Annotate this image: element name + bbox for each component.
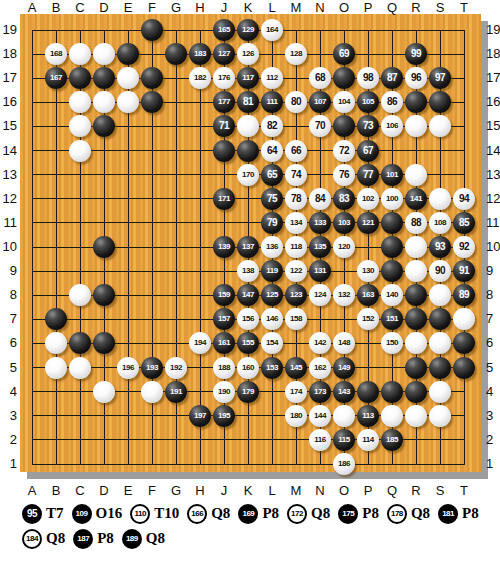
stone-number: 68	[315, 73, 325, 83]
stone-number: 92	[459, 242, 469, 252]
stone-M12[interactable]: 78	[285, 188, 307, 210]
stone-P3[interactable]: 113	[357, 405, 379, 427]
stone-S5[interactable]	[429, 357, 451, 379]
caption-coord: T7	[46, 505, 64, 522]
stone-N9[interactable]: 131	[309, 260, 331, 282]
stone-number: 192	[170, 364, 182, 372]
stone-number: 170	[242, 171, 254, 179]
caption-coord: O16	[96, 505, 123, 522]
caption-stone-number: 187	[77, 535, 89, 543]
coord-label-top-Q: Q	[383, 1, 401, 15]
stone-number: 81	[243, 97, 253, 107]
coord-label-left-16: 16	[0, 95, 17, 109]
coord-label-right-5: 5	[486, 361, 500, 375]
coord-label-top-K: K	[239, 1, 257, 15]
stone-number: 83	[339, 194, 349, 204]
coord-label-bottom-B: B	[47, 484, 65, 498]
coord-label-top-F: F	[143, 1, 161, 15]
stone-B18[interactable]: 168	[45, 43, 67, 65]
stone-number: 164	[266, 26, 278, 34]
caption-stone-number: 181	[442, 510, 454, 518]
coord-label-bottom-O: O	[335, 484, 353, 498]
coord-label-bottom-A: A	[23, 484, 41, 498]
stone-Q3[interactable]	[381, 405, 403, 427]
caption-stone-number: 189	[126, 535, 138, 543]
caption-coord: Q8	[146, 530, 165, 547]
stone-K5[interactable]: 160	[237, 357, 259, 379]
coord-label-left-5: 5	[0, 361, 17, 375]
stone-O2[interactable]: 115	[333, 429, 355, 451]
stone-number: 183	[194, 50, 206, 58]
stone-F19[interactable]	[141, 19, 163, 41]
stone-number: 104	[338, 98, 350, 106]
stone-T11[interactable]: 85	[453, 212, 475, 234]
stone-number: 190	[218, 388, 230, 396]
caption-item-move-166: 166Q8	[187, 504, 230, 524]
coord-label-right-7: 7	[486, 312, 500, 326]
caption-item-move-178: 178Q8	[387, 504, 430, 524]
stone-number: 191	[170, 388, 182, 396]
stone-number: 160	[242, 364, 254, 372]
coord-label-left-8: 8	[0, 288, 17, 302]
stone-number: 87	[387, 73, 397, 83]
stone-M14[interactable]: 66	[285, 140, 307, 162]
stone-K9[interactable]: 138	[237, 260, 259, 282]
stone-number: 65	[267, 170, 277, 180]
coord-label-bottom-P: P	[359, 484, 377, 498]
stone-P13[interactable]: 77	[357, 164, 379, 186]
stone-number: 179	[242, 388, 254, 396]
stone-number: 67	[363, 146, 373, 156]
stone-number: 147	[242, 291, 254, 299]
coord-label-right-10: 10	[486, 240, 500, 254]
stone-number: 196	[122, 364, 134, 372]
stone-number: 130	[362, 267, 374, 275]
coord-label-left-19: 19	[0, 23, 17, 37]
stone-S11[interactable]: 108	[429, 212, 451, 234]
stone-S12[interactable]	[429, 188, 451, 210]
coord-label-top-S: S	[431, 1, 449, 15]
stone-R11[interactable]: 88	[405, 212, 427, 234]
stone-number: 89	[459, 290, 469, 300]
stone-P14[interactable]: 67	[357, 140, 379, 162]
coord-label-bottom-C: C	[71, 484, 89, 498]
stone-number: 79	[267, 218, 277, 228]
stone-T9[interactable]: 91	[453, 260, 475, 282]
coord-label-left-2: 2	[0, 433, 17, 447]
stone-number: 84	[315, 194, 325, 204]
stone-E5[interactable]: 196	[117, 357, 139, 379]
stone-J12[interactable]: 171	[213, 188, 235, 210]
stone-number: 197	[194, 412, 206, 420]
stone-N11[interactable]: 133	[309, 212, 331, 234]
stone-number: 112	[266, 74, 277, 82]
stone-O5[interactable]: 149	[333, 357, 355, 379]
grid-line-v	[32, 30, 33, 465]
stone-D10[interactable]	[93, 236, 115, 258]
coord-label-right-1: 1	[486, 457, 500, 471]
coord-label-bottom-F: F	[143, 484, 161, 498]
coord-label-top-R: R	[407, 1, 425, 15]
stone-number: 133	[314, 219, 326, 227]
stone-K4[interactable]: 179	[237, 381, 259, 403]
stone-M18[interactable]: 128	[285, 43, 307, 65]
stone-R12[interactable]: 141	[405, 188, 427, 210]
stone-number: 91	[459, 266, 469, 276]
stone-Q11[interactable]	[381, 212, 403, 234]
stone-number: 71	[219, 121, 229, 131]
stone-number: 194	[194, 339, 206, 347]
stone-R5[interactable]	[405, 357, 427, 379]
stone-M5[interactable]: 145	[285, 357, 307, 379]
stone-number: 150	[386, 339, 398, 347]
stone-R13[interactable]	[405, 164, 427, 186]
coord-label-bottom-G: G	[167, 484, 185, 498]
stone-K19[interactable]: 129	[237, 19, 259, 41]
stone-D4[interactable]	[93, 381, 115, 403]
stone-O18[interactable]: 69	[333, 43, 355, 65]
caption-stone-181: 181	[438, 504, 458, 524]
caption-stone-109: 109	[72, 504, 92, 524]
coord-label-left-3: 3	[0, 409, 17, 423]
stone-number: 93	[435, 242, 445, 252]
stone-R9[interactable]	[405, 260, 427, 282]
stone-number: 144	[314, 412, 326, 420]
stone-M4[interactable]: 174	[285, 381, 307, 403]
stone-number: 131	[314, 267, 326, 275]
caption-coord: T10	[154, 505, 179, 522]
coord-label-left-7: 7	[0, 312, 17, 326]
stone-M10[interactable]: 118	[285, 236, 307, 258]
stone-J3[interactable]: 195	[213, 405, 235, 427]
coord-label-bottom-Q: Q	[383, 484, 401, 498]
stone-L19[interactable]: 164	[261, 19, 283, 41]
caption-item-move-184: 184Q8	[22, 529, 65, 549]
stone-P2[interactable]: 114	[357, 429, 379, 451]
stone-number: 70	[315, 121, 325, 131]
stone-F4[interactable]	[141, 381, 163, 403]
stone-P4[interactable]	[357, 381, 379, 403]
stone-G5[interactable]: 192	[165, 357, 187, 379]
coord-label-bottom-D: D	[95, 484, 113, 498]
stone-O13[interactable]: 76	[333, 164, 355, 186]
stone-number: 88	[411, 218, 421, 228]
caption-stone-number: 166	[191, 510, 203, 518]
stone-number: 108	[434, 219, 446, 227]
move-caption: 95T7109O16110T10166Q8169P8172Q8175P8178Q…	[22, 501, 500, 551]
stone-number: 100	[386, 195, 398, 203]
stone-D18[interactable]	[93, 43, 115, 65]
grid-line-v	[200, 30, 201, 465]
coord-label-top-E: E	[119, 1, 137, 15]
caption-item-move-181: 181P8	[438, 504, 479, 524]
stone-number: 165	[218, 26, 230, 34]
stone-M3[interactable]: 180	[285, 405, 307, 427]
stone-O1[interactable]: 186	[333, 453, 355, 475]
caption-stone-number: 175	[342, 510, 354, 518]
stone-number: 182	[194, 74, 206, 82]
caption-stone-110: 110	[130, 504, 150, 524]
coord-label-top-D: D	[95, 1, 113, 15]
coord-label-right-6: 6	[486, 336, 500, 350]
stone-number: 145	[290, 364, 302, 372]
stone-J18[interactable]: 127	[213, 43, 235, 65]
coord-label-top-O: O	[335, 1, 353, 15]
coord-label-right-14: 14	[486, 144, 500, 158]
caption-coord: Q8	[211, 505, 230, 522]
stone-number: 107	[314, 98, 326, 106]
stone-L9[interactable]: 119	[261, 260, 283, 282]
stone-K14[interactable]	[237, 140, 259, 162]
stone-number: 142	[314, 339, 326, 347]
stone-Q4[interactable]	[381, 381, 403, 403]
stone-N12[interactable]: 84	[309, 188, 331, 210]
caption-item-move-175: 175P8	[338, 504, 379, 524]
stone-number: 74	[291, 170, 301, 180]
caption-stone-172: 172	[287, 504, 307, 524]
stone-number: 116	[314, 436, 325, 444]
caption-item-move-187: 187P8	[73, 529, 114, 549]
stone-number: 122	[290, 267, 302, 275]
coord-label-right-4: 4	[486, 385, 500, 399]
stone-number: 121	[362, 219, 374, 227]
coord-label-bottom-N: N	[311, 484, 329, 498]
coord-label-left-18: 18	[0, 47, 17, 61]
stone-H3[interactable]: 197	[189, 405, 211, 427]
stone-P9[interactable]: 130	[357, 260, 379, 282]
stone-N3[interactable]: 144	[309, 405, 331, 427]
coord-label-right-8: 8	[486, 288, 500, 302]
stone-number: 137	[242, 243, 254, 251]
stone-number: 103	[338, 219, 350, 227]
stone-number: 94	[459, 194, 469, 204]
stone-number: 72	[339, 146, 349, 156]
stone-number: 102	[362, 195, 374, 203]
stone-number: 193	[146, 364, 158, 372]
stone-number: 168	[50, 50, 62, 58]
stone-L11[interactable]: 79	[261, 212, 283, 234]
stone-number: 77	[363, 170, 373, 180]
stone-L12[interactable]: 75	[261, 188, 283, 210]
coord-label-left-11: 11	[0, 216, 17, 230]
stone-J19[interactable]: 165	[213, 19, 235, 41]
stone-number: 162	[314, 364, 326, 372]
stone-Q9[interactable]	[381, 260, 403, 282]
stone-number: 105	[362, 98, 374, 106]
coord-label-right-11: 11	[486, 216, 500, 230]
stone-S4[interactable]	[429, 381, 451, 403]
stone-J14[interactable]	[213, 140, 235, 162]
caption-item-move-110: 110T10	[130, 504, 179, 524]
caption-stone-number: 169	[242, 510, 254, 518]
stone-P11[interactable]: 121	[357, 212, 379, 234]
stone-number: 86	[387, 97, 397, 107]
coord-label-right-3: 3	[486, 409, 500, 423]
stone-number: 195	[218, 412, 230, 420]
caption-stone-number: 172	[291, 510, 303, 518]
coord-label-left-15: 15	[0, 119, 17, 133]
caption-stone-number: 109	[76, 510, 88, 518]
stone-number: 127	[218, 50, 230, 58]
stone-C5[interactable]	[69, 357, 91, 379]
stone-J4[interactable]: 190	[213, 381, 235, 403]
stone-number: 149	[338, 364, 350, 372]
coord-label-bottom-T: T	[455, 484, 473, 498]
stone-O14[interactable]: 72	[333, 140, 355, 162]
coord-label-right-12: 12	[486, 192, 500, 206]
stone-K10[interactable]: 137	[237, 236, 259, 258]
grid-line-v	[56, 30, 57, 465]
caption-coord: P8	[97, 530, 114, 547]
stone-Q13[interactable]: 101	[381, 164, 403, 186]
stone-T5[interactable]	[453, 357, 475, 379]
stone-number: 176	[218, 74, 230, 82]
stone-H18[interactable]: 183	[189, 43, 211, 65]
stone-number: 177	[218, 98, 230, 106]
stone-number: 106	[386, 122, 398, 130]
stone-number: 97	[435, 73, 445, 83]
coord-label-top-N: N	[311, 1, 329, 15]
stone-number: 157	[218, 315, 230, 323]
stone-G4[interactable]: 191	[165, 381, 187, 403]
caption-stone-166: 166	[187, 504, 207, 524]
stone-T10[interactable]: 92	[453, 236, 475, 258]
stone-number: 80	[291, 97, 301, 107]
stone-P12[interactable]: 102	[357, 188, 379, 210]
coord-label-bottom-M: M	[287, 484, 305, 498]
stone-O3[interactable]	[333, 405, 355, 427]
coord-label-right-18: 18	[486, 47, 500, 61]
stone-number: 66	[291, 146, 301, 156]
stone-number: 82	[267, 121, 277, 131]
stone-number: 69	[339, 49, 349, 59]
stone-L5[interactable]: 153	[261, 357, 283, 379]
stone-number: 125	[266, 291, 278, 299]
stone-number: 114	[362, 436, 373, 444]
stone-M9[interactable]: 122	[285, 260, 307, 282]
stone-number: 113	[362, 412, 373, 420]
stone-C14[interactable]	[69, 140, 91, 162]
stone-number: 155	[242, 339, 254, 347]
coord-label-top-A: A	[23, 1, 41, 15]
coord-label-top-J: J	[215, 1, 233, 15]
caption-item-move-169: 169P8	[238, 504, 279, 524]
coord-label-bottom-R: R	[407, 484, 425, 498]
caption-coord: Q8	[311, 505, 330, 522]
stone-number: 126	[242, 50, 254, 58]
stone-number: 141	[410, 195, 422, 203]
stone-number: 156	[242, 315, 254, 323]
stone-L13[interactable]: 65	[261, 164, 283, 186]
stone-number: 159	[218, 291, 230, 299]
stone-S10[interactable]: 93	[429, 236, 451, 258]
caption-stone-number: 184	[26, 535, 38, 543]
stone-J10[interactable]: 139	[213, 236, 235, 258]
stone-J5[interactable]: 188	[213, 357, 235, 379]
stone-number: 85	[459, 218, 469, 228]
stone-G18[interactable]	[165, 43, 187, 65]
stone-number: 171	[218, 195, 230, 203]
stone-number: 129	[242, 26, 254, 34]
stone-number: 188	[218, 364, 230, 372]
stone-M13[interactable]: 74	[285, 164, 307, 186]
stone-number: 111	[267, 98, 278, 106]
stone-N4[interactable]: 173	[309, 381, 331, 403]
coord-label-right-9: 9	[486, 264, 500, 278]
coord-label-left-9: 9	[0, 264, 17, 278]
stone-L10[interactable]: 136	[261, 236, 283, 258]
coord-label-bottom-S: S	[431, 484, 449, 498]
coord-label-left-17: 17	[0, 71, 17, 85]
stone-number: 153	[266, 364, 278, 372]
stone-R3[interactable]	[405, 405, 427, 427]
stone-K13[interactable]: 170	[237, 164, 259, 186]
stone-S9[interactable]: 90	[429, 260, 451, 282]
stone-O10[interactable]: 120	[333, 236, 355, 258]
stone-number: 99	[411, 49, 421, 59]
stone-N10[interactable]: 135	[309, 236, 331, 258]
stone-number: 143	[338, 388, 350, 396]
stone-N5[interactable]: 162	[309, 357, 331, 379]
stone-O12[interactable]: 83	[333, 188, 355, 210]
coord-label-bottom-H: H	[191, 484, 209, 498]
caption-item-move-172: 172Q8	[287, 504, 330, 524]
stone-number: 140	[386, 291, 398, 299]
stone-O4[interactable]: 143	[333, 381, 355, 403]
coord-label-left-13: 13	[0, 168, 17, 182]
stone-number: 118	[290, 243, 301, 251]
coord-label-right-15: 15	[486, 119, 500, 133]
stone-S3[interactable]	[429, 405, 451, 427]
stone-Q12[interactable]: 100	[381, 188, 403, 210]
coord-label-right-17: 17	[486, 71, 500, 85]
stone-R18[interactable]: 99	[405, 43, 427, 65]
coord-label-top-B: B	[47, 1, 65, 15]
stone-L14[interactable]: 64	[261, 140, 283, 162]
stone-number: 163	[362, 291, 374, 299]
stone-C18[interactable]	[69, 43, 91, 65]
stone-number: 132	[338, 291, 350, 299]
stone-R4[interactable]	[405, 381, 427, 403]
stone-number: 139	[218, 243, 230, 251]
coord-label-bottom-J: J	[215, 484, 233, 498]
stone-number: 128	[290, 50, 302, 58]
coord-label-top-C: C	[71, 1, 89, 15]
stone-number: 161	[218, 339, 230, 347]
stone-number: 119	[266, 267, 277, 275]
caption-coord: P8	[362, 505, 379, 522]
stone-N2[interactable]: 116	[309, 429, 331, 451]
stone-number: 64	[267, 146, 277, 156]
stone-F5[interactable]: 193	[141, 357, 163, 379]
stone-T12[interactable]: 94	[453, 188, 475, 210]
stone-Q10[interactable]	[381, 236, 403, 258]
stone-number: 123	[290, 291, 302, 299]
stone-B5[interactable]	[45, 357, 67, 379]
stone-number: 117	[242, 74, 253, 82]
caption-stone-178: 178	[387, 504, 407, 524]
caption-item-move-95: 95T7	[22, 504, 64, 524]
stone-E18[interactable]	[117, 43, 139, 65]
stone-K18[interactable]: 126	[237, 43, 259, 65]
stone-R10[interactable]	[405, 236, 427, 258]
stone-O11[interactable]: 103	[333, 212, 355, 234]
stone-number: 120	[338, 243, 350, 251]
coord-label-left-12: 12	[0, 192, 17, 206]
stone-number: 151	[386, 315, 398, 323]
stone-M11[interactable]: 134	[285, 212, 307, 234]
stone-Q2[interactable]: 185	[381, 429, 403, 451]
